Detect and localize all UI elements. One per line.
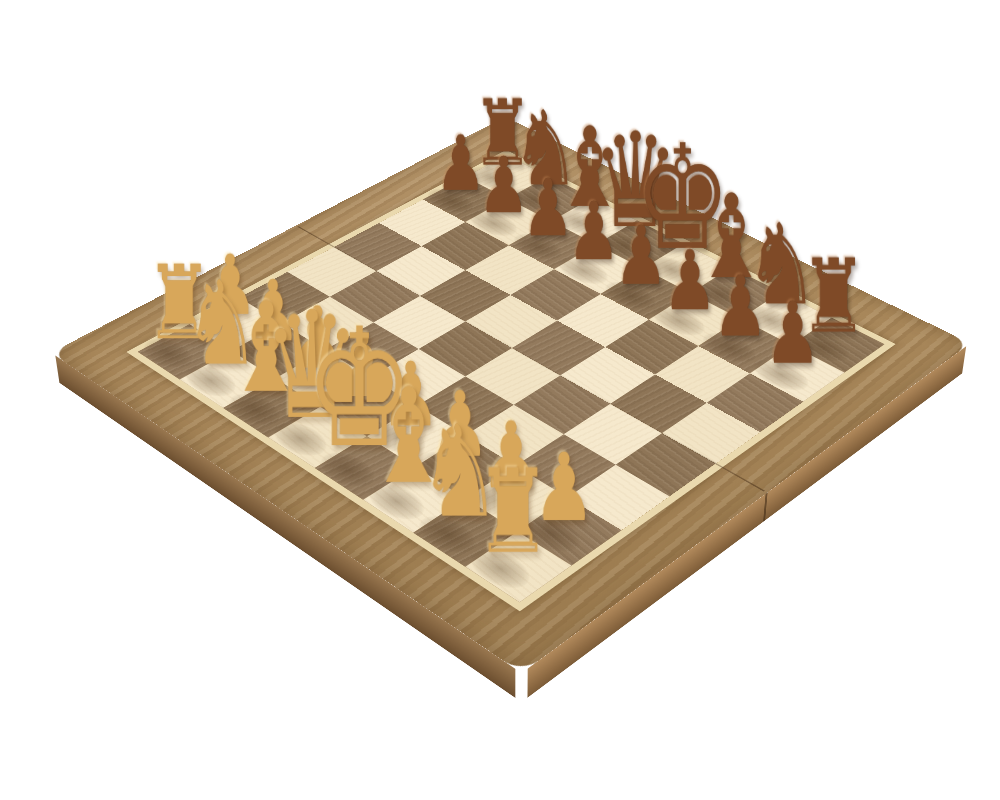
square-h1[interactable]: ♜ xyxy=(465,531,571,602)
piece-black-pawn-h7[interactable]: ♟ xyxy=(642,291,943,376)
fold-seam-edge xyxy=(763,492,768,522)
piece-white-rook-h1[interactable]: ♜ xyxy=(344,454,681,570)
board-frame: ♜♞♝♛♚♝♞♜♟♟♟♟♟♟♟♟♟♟♟♟♟♟♟♟♜♞♝♛♚♝♞♜ xyxy=(51,117,970,673)
chess-board: ♜♞♝♛♚♝♞♜♟♟♟♟♟♟♟♟♟♟♟♟♟♟♟♟♜♞♝♛♚♝♞♜ xyxy=(51,117,970,673)
product-photo-stage: ♜♞♝♛♚♝♞♜♟♟♟♟♟♟♟♟♟♟♟♟♟♟♟♟♜♞♝♛♚♝♞♜ xyxy=(0,0,1000,800)
